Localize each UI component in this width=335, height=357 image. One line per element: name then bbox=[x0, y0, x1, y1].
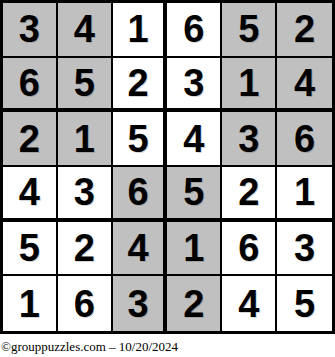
cell-r6c3: 3 bbox=[113, 276, 168, 331]
cell-r3c2: 1 bbox=[58, 112, 113, 167]
cell-r4c4: 5 bbox=[167, 167, 222, 222]
cell-r2c2: 5 bbox=[58, 58, 113, 113]
cell-r5c5: 6 bbox=[222, 222, 277, 277]
copyright-footer: ©grouppuzzles.com – 10/20/2024 bbox=[1, 339, 178, 355]
cell-r3c4: 4 bbox=[167, 112, 222, 167]
cell-r5c1: 5 bbox=[3, 222, 58, 277]
cell-r1c1: 3 bbox=[3, 3, 58, 58]
sudoku-board: 341652652314215436436521524163163245 bbox=[0, 0, 335, 334]
cell-r6c2: 6 bbox=[58, 276, 113, 331]
cell-r1c5: 5 bbox=[222, 3, 277, 58]
cell-r2c4: 3 bbox=[167, 58, 222, 113]
cell-r5c3: 4 bbox=[113, 222, 168, 277]
cell-r1c2: 4 bbox=[58, 3, 113, 58]
cell-r5c2: 2 bbox=[58, 222, 113, 277]
cell-r4c3: 6 bbox=[113, 167, 168, 222]
cell-r3c3: 5 bbox=[113, 112, 168, 167]
cell-r4c2: 3 bbox=[58, 167, 113, 222]
cell-r6c5: 4 bbox=[222, 276, 277, 331]
cell-r2c1: 6 bbox=[3, 58, 58, 113]
cell-r1c3: 1 bbox=[113, 3, 168, 58]
cell-r2c3: 2 bbox=[113, 58, 168, 113]
cell-r6c1: 1 bbox=[3, 276, 58, 331]
cell-r4c5: 2 bbox=[222, 167, 277, 222]
cell-r5c6: 3 bbox=[277, 222, 332, 277]
cell-r4c1: 4 bbox=[3, 167, 58, 222]
cell-r3c6: 6 bbox=[277, 112, 332, 167]
cell-r5c4: 1 bbox=[167, 222, 222, 277]
cell-r4c6: 1 bbox=[277, 167, 332, 222]
cell-r3c5: 3 bbox=[222, 112, 277, 167]
cell-r6c4: 2 bbox=[167, 276, 222, 331]
cell-r1c6: 2 bbox=[277, 3, 332, 58]
cell-r2c5: 1 bbox=[222, 58, 277, 113]
cell-r6c6: 5 bbox=[277, 276, 332, 331]
cell-r2c6: 4 bbox=[277, 58, 332, 113]
cell-r1c4: 6 bbox=[167, 3, 222, 58]
cell-r3c1: 2 bbox=[3, 112, 58, 167]
